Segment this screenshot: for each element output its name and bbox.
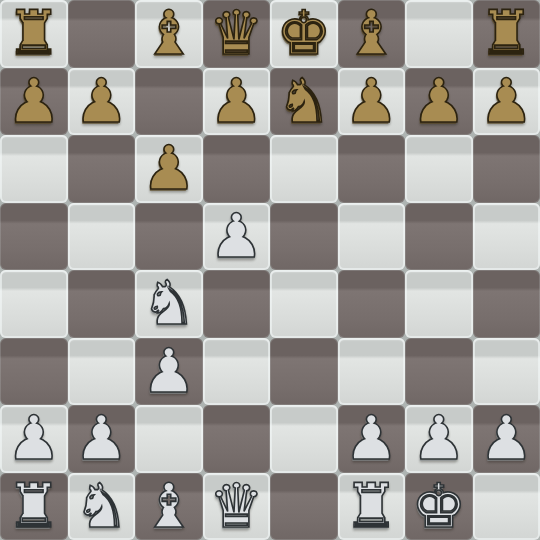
square-b7[interactable]: ♟: [68, 68, 136, 136]
black-bishop-icon[interactable]: ♝: [141, 0, 196, 66]
square-c1[interactable]: ♝: [135, 473, 203, 540]
square-g1[interactable]: ♚: [405, 473, 473, 540]
black-pawn-icon[interactable]: ♟: [74, 68, 129, 134]
square-f6[interactable]: [338, 135, 406, 203]
square-f4[interactable]: [338, 270, 406, 338]
square-d2[interactable]: [203, 405, 271, 473]
square-g3[interactable]: [405, 338, 473, 406]
square-b6[interactable]: [68, 135, 136, 203]
square-c2[interactable]: [135, 405, 203, 473]
black-pawn-icon[interactable]: ♟: [209, 68, 264, 134]
square-c3[interactable]: ♟: [135, 338, 203, 406]
square-h2[interactable]: ♟: [473, 405, 540, 473]
square-a7[interactable]: ♟: [0, 68, 68, 136]
square-h5[interactable]: [473, 203, 540, 271]
white-pawn-icon[interactable]: ♟: [344, 405, 399, 471]
square-d4[interactable]: [203, 270, 271, 338]
square-b8[interactable]: [68, 0, 136, 68]
square-f3[interactable]: [338, 338, 406, 406]
white-pawn-icon[interactable]: ♟: [6, 405, 61, 471]
square-h3[interactable]: [473, 338, 540, 406]
square-b3[interactable]: [68, 338, 136, 406]
square-e3[interactable]: [270, 338, 338, 406]
white-bishop-icon[interactable]: ♝: [141, 473, 196, 539]
chess-board: ♜♝♛♚♝♜♟♟♟♞♟♟♟♟♟♞♟♟♟♟♟♟♜♞♝♛♜♚: [0, 0, 540, 540]
square-e5[interactable]: [270, 203, 338, 271]
white-pawn-icon[interactable]: ♟: [74, 405, 129, 471]
square-a3[interactable]: [0, 338, 68, 406]
square-e6[interactable]: [270, 135, 338, 203]
white-rook-icon[interactable]: ♜: [344, 473, 399, 539]
white-queen-icon[interactable]: ♛: [209, 473, 264, 539]
square-g8[interactable]: [405, 0, 473, 68]
square-g4[interactable]: [405, 270, 473, 338]
square-h8[interactable]: ♜: [473, 0, 540, 68]
black-pawn-icon[interactable]: ♟: [344, 68, 399, 134]
square-d6[interactable]: [203, 135, 271, 203]
square-a1[interactable]: ♜: [0, 473, 68, 540]
white-knight-icon[interactable]: ♞: [74, 473, 129, 539]
square-g6[interactable]: [405, 135, 473, 203]
black-pawn-icon[interactable]: ♟: [141, 135, 196, 201]
square-e4[interactable]: [270, 270, 338, 338]
square-a6[interactable]: [0, 135, 68, 203]
square-h4[interactable]: [473, 270, 540, 338]
square-a5[interactable]: [0, 203, 68, 271]
square-d3[interactable]: [203, 338, 271, 406]
square-h6[interactable]: [473, 135, 540, 203]
square-h1[interactable]: [473, 473, 540, 540]
white-rook-icon[interactable]: ♜: [6, 473, 61, 539]
square-c5[interactable]: [135, 203, 203, 271]
square-a4[interactable]: [0, 270, 68, 338]
white-king-icon[interactable]: ♚: [411, 473, 466, 539]
square-b5[interactable]: [68, 203, 136, 271]
black-knight-icon[interactable]: ♞: [276, 68, 331, 134]
square-e1[interactable]: [270, 473, 338, 540]
white-pawn-icon[interactable]: ♟: [411, 405, 466, 471]
square-g7[interactable]: ♟: [405, 68, 473, 136]
square-c7[interactable]: [135, 68, 203, 136]
square-d8[interactable]: ♛: [203, 0, 271, 68]
square-f8[interactable]: ♝: [338, 0, 406, 68]
black-queen-icon[interactable]: ♛: [209, 0, 264, 66]
white-pawn-icon[interactable]: ♟: [141, 338, 196, 404]
square-e8[interactable]: ♚: [270, 0, 338, 68]
black-pawn-icon[interactable]: ♟: [479, 68, 534, 134]
square-f7[interactable]: ♟: [338, 68, 406, 136]
black-pawn-icon[interactable]: ♟: [6, 68, 61, 134]
square-d5[interactable]: ♟: [203, 203, 271, 271]
black-king-icon[interactable]: ♚: [276, 0, 331, 66]
square-b1[interactable]: ♞: [68, 473, 136, 540]
square-b4[interactable]: [68, 270, 136, 338]
black-rook-icon[interactable]: ♜: [6, 0, 61, 66]
white-pawn-icon[interactable]: ♟: [209, 203, 264, 269]
square-f2[interactable]: ♟: [338, 405, 406, 473]
black-pawn-icon[interactable]: ♟: [411, 68, 466, 134]
square-e2[interactable]: [270, 405, 338, 473]
square-a2[interactable]: ♟: [0, 405, 68, 473]
black-rook-icon[interactable]: ♜: [479, 0, 534, 66]
square-d7[interactable]: ♟: [203, 68, 271, 136]
square-c8[interactable]: ♝: [135, 0, 203, 68]
square-d1[interactable]: ♛: [203, 473, 271, 540]
square-f1[interactable]: ♜: [338, 473, 406, 540]
white-pawn-icon[interactable]: ♟: [479, 405, 534, 471]
square-g2[interactable]: ♟: [405, 405, 473, 473]
square-e7[interactable]: ♞: [270, 68, 338, 136]
black-bishop-icon[interactable]: ♝: [344, 0, 399, 66]
square-c4[interactable]: ♞: [135, 270, 203, 338]
square-h7[interactable]: ♟: [473, 68, 540, 136]
white-knight-icon[interactable]: ♞: [141, 270, 196, 336]
square-f5[interactable]: [338, 203, 406, 271]
square-c6[interactable]: ♟: [135, 135, 203, 203]
square-a8[interactable]: ♜: [0, 0, 68, 68]
square-b2[interactable]: ♟: [68, 405, 136, 473]
square-g5[interactable]: [405, 203, 473, 271]
